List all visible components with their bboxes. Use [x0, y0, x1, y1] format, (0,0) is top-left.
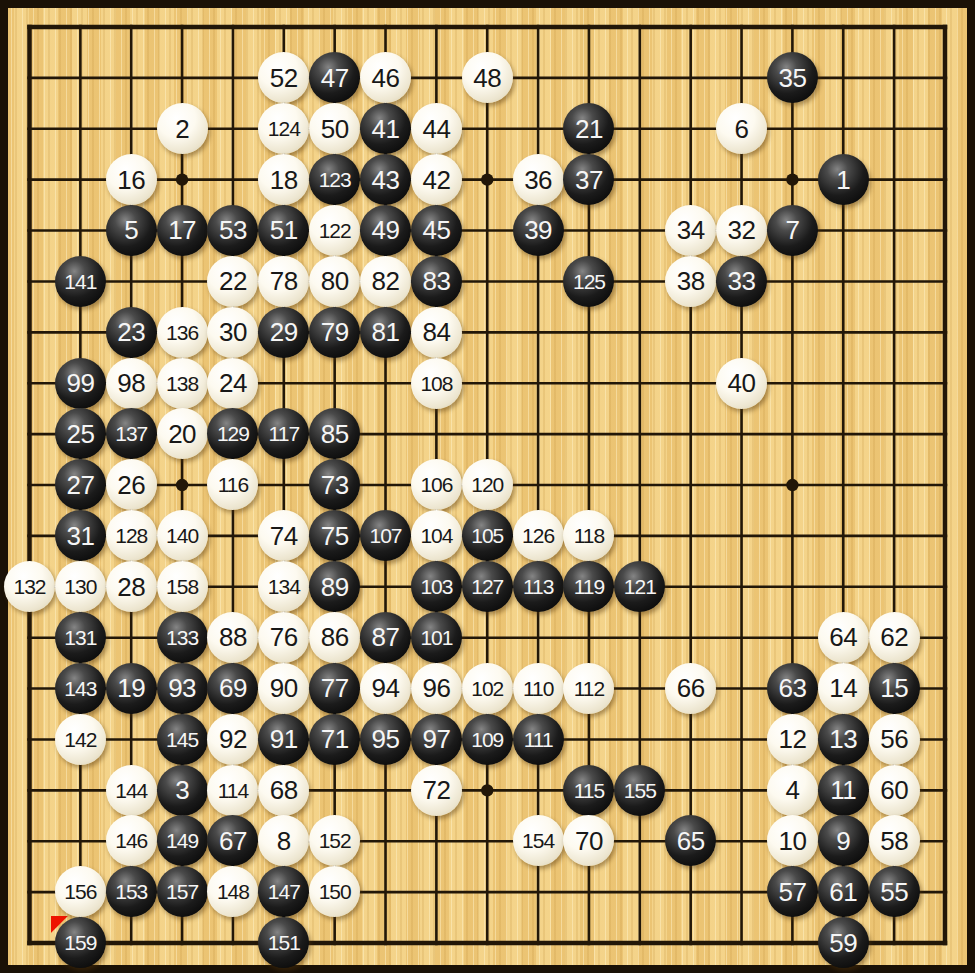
stone-black-149[interactable]: 149: [157, 815, 208, 866]
stone-black-87[interactable]: 87: [360, 612, 411, 663]
stone-white-158[interactable]: 158: [157, 561, 208, 612]
move-number: 44: [422, 116, 450, 142]
stone-white-110[interactable]: 110: [513, 663, 564, 714]
move-number: 103: [420, 576, 452, 597]
stone-black-49[interactable]: 49: [360, 205, 411, 256]
stone-white-144[interactable]: 144: [106, 765, 157, 816]
move-number: 127: [471, 576, 503, 597]
stone-white-22[interactable]: 22: [207, 256, 258, 307]
stone-white-40[interactable]: 40: [716, 358, 767, 409]
move-number: 94: [372, 675, 400, 701]
stone-white-58[interactable]: 58: [869, 815, 920, 866]
move-number: 130: [64, 576, 96, 597]
stone-black-31[interactable]: 31: [55, 510, 106, 561]
stone-white-118[interactable]: 118: [563, 510, 614, 561]
stone-black-107[interactable]: 107: [360, 510, 411, 561]
stone-white-44[interactable]: 44: [411, 103, 462, 154]
stone-black-133[interactable]: 133: [157, 612, 208, 663]
stone-white-72[interactable]: 72: [411, 765, 462, 816]
stone-white-64[interactable]: 64: [818, 612, 869, 663]
stone-white-132[interactable]: 132: [4, 561, 55, 612]
stone-white-30[interactable]: 30: [207, 307, 258, 358]
move-number: 119: [574, 576, 604, 597]
move-number: 60: [880, 777, 908, 803]
stone-white-108[interactable]: 108: [411, 358, 462, 409]
stone-white-140[interactable]: 140: [157, 510, 208, 561]
move-number: 58: [880, 828, 908, 854]
move-number: 18: [270, 167, 298, 193]
stone-black-57[interactable]: 57: [767, 866, 818, 917]
move-number: 23: [117, 319, 145, 345]
stone-white-116[interactable]: 116: [207, 459, 258, 510]
stone-white-130[interactable]: 130: [55, 561, 106, 612]
move-number: 158: [166, 576, 198, 597]
stone-white-16[interactable]: 16: [106, 154, 157, 205]
stone-black-121[interactable]: 121: [614, 561, 665, 612]
stone-black-111[interactable]: 111: [513, 714, 564, 765]
stone-white-114[interactable]: 114: [207, 765, 258, 816]
stone-white-82[interactable]: 82: [360, 256, 411, 307]
stone-black-147[interactable]: 147: [258, 866, 309, 917]
move-number: 156: [64, 881, 96, 902]
move-number: 120: [471, 474, 503, 495]
move-number: 155: [624, 780, 656, 801]
stone-white-70[interactable]: 70: [563, 815, 614, 866]
stone-black-153[interactable]: 153: [106, 866, 157, 917]
move-number: 157: [166, 881, 198, 902]
stone-white-50[interactable]: 50: [309, 103, 360, 154]
stone-black-145[interactable]: 145: [157, 714, 208, 765]
stone-white-104[interactable]: 104: [411, 510, 462, 561]
move-number: 124: [268, 118, 300, 139]
move-number: 96: [422, 675, 450, 701]
move-number: 92: [219, 726, 247, 752]
stone-white-2[interactable]: 2: [157, 103, 208, 154]
move-number: 153: [115, 881, 147, 902]
move-number: 32: [728, 217, 756, 243]
move-number: 154: [522, 830, 554, 851]
stone-black-39[interactable]: 39: [513, 205, 564, 256]
stone-black-67[interactable]: 67: [207, 815, 258, 866]
move-number: 85: [321, 421, 349, 447]
move-number: 89: [321, 574, 349, 600]
move-number: 159: [64, 932, 96, 953]
stone-black-93[interactable]: 93: [157, 663, 208, 714]
move-number: 70: [575, 828, 603, 854]
move-number: 151: [268, 932, 300, 953]
stone-white-138[interactable]: 138: [157, 358, 208, 409]
stone-black-13[interactable]: 13: [818, 714, 869, 765]
move-number: 79: [321, 319, 349, 345]
move-number: 152: [319, 830, 351, 851]
stone-white-6[interactable]: 6: [716, 103, 767, 154]
move-number: 63: [778, 675, 806, 701]
stone-black-143[interactable]: 143: [55, 663, 106, 714]
move-number: 15: [880, 675, 908, 701]
move-number: 104: [420, 525, 452, 546]
move-number: 65: [677, 828, 705, 854]
stone-black-43[interactable]: 43: [360, 154, 411, 205]
move-number: 93: [168, 675, 196, 701]
move-number: 50: [321, 116, 349, 142]
move-number: 33: [728, 268, 756, 294]
move-number: 80: [321, 268, 349, 294]
stone-white-106[interactable]: 106: [411, 459, 462, 510]
stone-white-90[interactable]: 90: [258, 663, 309, 714]
stone-black-53[interactable]: 53: [207, 205, 258, 256]
stone-white-46[interactable]: 46: [360, 52, 411, 103]
move-number: 101: [420, 627, 452, 648]
move-number: 7: [785, 217, 799, 243]
move-number: 16: [117, 167, 145, 193]
move-number: 22: [219, 268, 247, 294]
stone-black-59[interactable]: 59: [818, 917, 869, 968]
stone-black-101[interactable]: 101: [411, 612, 462, 663]
move-number: 52: [270, 65, 298, 91]
stone-white-154[interactable]: 154: [513, 815, 564, 866]
stone-white-36[interactable]: 36: [513, 154, 564, 205]
stone-black-15[interactable]: 15: [869, 663, 920, 714]
move-number: 55: [880, 879, 908, 905]
move-number: 2: [175, 116, 189, 142]
stone-black-75[interactable]: 75: [309, 510, 360, 561]
stone-black-125[interactable]: 125: [563, 256, 614, 307]
stone-white-96[interactable]: 96: [411, 663, 462, 714]
move-number: 111: [524, 729, 553, 750]
move-number: 109: [471, 729, 503, 750]
stone-white-68[interactable]: 68: [258, 765, 309, 816]
stone-black-37[interactable]: 37: [563, 154, 614, 205]
move-number: 107: [370, 525, 402, 546]
stone-white-14[interactable]: 14: [818, 663, 869, 714]
move-number: 117: [269, 423, 299, 444]
stone-white-94[interactable]: 94: [360, 663, 411, 714]
move-number: 150: [319, 881, 351, 902]
move-number: 35: [778, 65, 806, 91]
move-number: 99: [66, 370, 94, 396]
stone-black-129[interactable]: 129: [207, 408, 258, 459]
move-number: 64: [829, 624, 857, 650]
stone-black-25[interactable]: 25: [55, 408, 106, 459]
stone-black-97[interactable]: 97: [411, 714, 462, 765]
stone-white-156[interactable]: 156: [55, 866, 106, 917]
stone-black-9[interactable]: 9: [818, 815, 869, 866]
move-number: 3: [175, 777, 189, 803]
stone-black-61[interactable]: 61: [818, 866, 869, 917]
stone-black-85[interactable]: 85: [309, 408, 360, 459]
move-number: 83: [422, 268, 450, 294]
stone-white-126[interactable]: 126: [513, 510, 564, 561]
stone-white-32[interactable]: 32: [716, 205, 767, 256]
stone-white-20[interactable]: 20: [157, 408, 208, 459]
move-number: 108: [420, 373, 452, 394]
stone-black-23[interactable]: 23: [106, 307, 157, 358]
move-number: 49: [372, 217, 400, 243]
stone-black-83[interactable]: 83: [411, 256, 462, 307]
move-number: 20: [168, 421, 196, 447]
move-number: 10: [778, 828, 806, 854]
stone-black-29[interactable]: 29: [258, 307, 309, 358]
move-number: 126: [522, 525, 554, 546]
move-number: 142: [64, 729, 96, 750]
stone-black-27[interactable]: 27: [55, 459, 106, 510]
move-number: 24: [219, 370, 247, 396]
move-number: 145: [166, 729, 198, 750]
stone-white-88[interactable]: 88: [207, 612, 258, 663]
stone-black-47[interactable]: 47: [309, 52, 360, 103]
move-number: 37: [575, 167, 603, 193]
move-number: 84: [422, 319, 450, 345]
stone-black-17[interactable]: 17: [157, 205, 208, 256]
move-number: 67: [219, 828, 247, 854]
go-board[interactable]: 5247464835212450414421616181234342363715…: [0, 0, 975, 973]
move-number: 27: [66, 472, 94, 498]
stone-white-60[interactable]: 60: [869, 765, 920, 816]
stone-white-136[interactable]: 136: [157, 307, 208, 358]
move-number: 77: [321, 675, 349, 701]
move-number: 86: [321, 624, 349, 650]
move-number: 25: [66, 421, 94, 447]
stone-black-137[interactable]: 137: [106, 408, 157, 459]
stone-white-18[interactable]: 18: [258, 154, 309, 205]
stone-white-42[interactable]: 42: [411, 154, 462, 205]
move-number: 36: [524, 167, 552, 193]
move-number: 73: [321, 472, 349, 498]
stone-black-99[interactable]: 99: [55, 358, 106, 409]
stone-black-19[interactable]: 19: [106, 663, 157, 714]
stone-white-148[interactable]: 148: [207, 866, 258, 917]
move-number: 121: [624, 576, 656, 597]
move-number: 11: [830, 777, 856, 803]
move-number: 131: [64, 627, 96, 648]
move-number: 132: [14, 576, 46, 597]
move-number: 128: [115, 525, 147, 546]
move-number: 113: [523, 576, 553, 597]
move-number: 61: [829, 879, 857, 905]
move-number: 12: [778, 726, 806, 752]
move-number: 90: [270, 675, 298, 701]
move-number: 137: [115, 423, 147, 444]
stone-black-3[interactable]: 3: [157, 765, 208, 816]
stone-white-152[interactable]: 152: [309, 815, 360, 866]
stone-white-84[interactable]: 84: [411, 307, 462, 358]
stone-black-91[interactable]: 91: [258, 714, 309, 765]
stone-black-11[interactable]: 11: [818, 765, 869, 816]
move-number: 4: [785, 777, 799, 803]
move-number: 45: [422, 217, 450, 243]
move-number: 42: [422, 167, 450, 193]
move-number: 140: [166, 525, 198, 546]
move-number: 21: [575, 116, 603, 142]
stone-white-102[interactable]: 102: [462, 663, 513, 714]
stone-white-8[interactable]: 8: [258, 815, 309, 866]
move-number: 144: [115, 780, 147, 801]
stone-black-117[interactable]: 117: [258, 408, 309, 459]
move-number: 28: [117, 574, 145, 600]
move-number: 74: [270, 523, 298, 549]
stone-black-41[interactable]: 41: [360, 103, 411, 154]
stone-black-55[interactable]: 55: [869, 866, 920, 917]
move-number: 143: [64, 678, 96, 699]
move-number: 71: [321, 726, 349, 752]
move-number: 75: [321, 523, 349, 549]
move-number: 40: [728, 370, 756, 396]
move-number: 98: [117, 370, 145, 396]
move-number: 39: [524, 217, 552, 243]
stone-white-134[interactable]: 134: [258, 561, 309, 612]
stone-black-81[interactable]: 81: [360, 307, 411, 358]
move-number: 30: [219, 319, 247, 345]
move-number: 69: [219, 675, 247, 701]
stone-black-65[interactable]: 65: [665, 815, 716, 866]
move-number: 146: [115, 830, 147, 851]
stone-white-56[interactable]: 56: [869, 714, 920, 765]
move-number: 8: [277, 828, 291, 854]
stone-black-123[interactable]: 123: [309, 154, 360, 205]
move-number: 72: [422, 777, 450, 803]
stone-white-66[interactable]: 66: [665, 663, 716, 714]
stone-white-150[interactable]: 150: [309, 866, 360, 917]
stone-black-7[interactable]: 7: [767, 205, 818, 256]
move-number: 91: [270, 726, 298, 752]
stone-black-73[interactable]: 73: [309, 459, 360, 510]
move-number: 81: [372, 319, 400, 345]
stone-black-33[interactable]: 33: [716, 256, 767, 307]
stone-black-103[interactable]: 103: [411, 561, 462, 612]
stone-white-48[interactable]: 48: [462, 52, 513, 103]
stone-white-10[interactable]: 10: [767, 815, 818, 866]
move-number: 82: [372, 268, 400, 294]
move-number: 5: [124, 217, 138, 243]
stone-white-146[interactable]: 146: [106, 815, 157, 866]
move-number: 47: [321, 65, 349, 91]
stone-black-35[interactable]: 35: [767, 52, 818, 103]
stone-black-71[interactable]: 71: [309, 714, 360, 765]
stone-white-128[interactable]: 128: [106, 510, 157, 561]
stone-black-115[interactable]: 115: [563, 765, 614, 816]
stone-white-124[interactable]: 124: [258, 103, 309, 154]
stone-white-52[interactable]: 52: [258, 52, 309, 103]
stone-white-74[interactable]: 74: [258, 510, 309, 561]
stone-black-95[interactable]: 95: [360, 714, 411, 765]
move-number: 105: [471, 525, 503, 546]
move-number: 13: [829, 726, 857, 752]
stone-white-62[interactable]: 62: [869, 612, 920, 663]
move-number: 149: [166, 830, 198, 851]
stone-white-26[interactable]: 26: [106, 459, 157, 510]
stone-white-142[interactable]: 142: [55, 714, 106, 765]
stone-black-131[interactable]: 131: [55, 612, 106, 663]
move-number: 110: [523, 678, 553, 699]
stone-black-51[interactable]: 51: [258, 205, 309, 256]
move-number: 141: [64, 271, 96, 292]
move-number: 136: [166, 322, 198, 343]
stone-white-28[interactable]: 28: [106, 561, 157, 612]
stone-white-120[interactable]: 120: [462, 459, 513, 510]
stone-black-127[interactable]: 127: [462, 561, 513, 612]
stone-black-45[interactable]: 45: [411, 205, 462, 256]
stone-black-69[interactable]: 69: [207, 663, 258, 714]
move-number: 116: [218, 474, 248, 495]
move-number: 9: [836, 828, 850, 854]
move-number: 62: [880, 624, 908, 650]
stone-black-77[interactable]: 77: [309, 663, 360, 714]
move-number: 29: [270, 319, 298, 345]
stone-white-78[interactable]: 78: [258, 256, 309, 307]
stone-white-98[interactable]: 98: [106, 358, 157, 409]
stone-layer: 5247464835212450414421616181234342363715…: [4, 2, 970, 969]
stone-black-159[interactable]: 159: [55, 917, 106, 968]
stone-black-119[interactable]: 119: [563, 561, 614, 612]
move-number: 53: [219, 217, 247, 243]
stone-white-24[interactable]: 24: [207, 358, 258, 409]
stone-white-38[interactable]: 38: [665, 256, 716, 307]
move-number: 26: [117, 472, 145, 498]
stone-black-89[interactable]: 89: [309, 561, 360, 612]
move-number: 125: [573, 271, 605, 292]
move-number: 87: [372, 624, 400, 650]
stone-white-34[interactable]: 34: [665, 205, 716, 256]
stone-black-155[interactable]: 155: [614, 765, 665, 816]
move-number: 41: [372, 116, 400, 142]
move-number: 66: [677, 675, 705, 701]
move-number: 123: [319, 169, 351, 190]
stone-black-109[interactable]: 109: [462, 714, 513, 765]
stone-black-5[interactable]: 5: [106, 205, 157, 256]
move-number: 133: [166, 627, 198, 648]
move-number: 19: [117, 675, 145, 701]
move-number: 46: [372, 65, 400, 91]
stone-white-80[interactable]: 80: [309, 256, 360, 307]
stone-white-76[interactable]: 76: [258, 612, 309, 663]
move-number: 68: [270, 777, 298, 803]
move-number: 115: [574, 780, 604, 801]
stone-white-122[interactable]: 122: [309, 205, 360, 256]
move-number: 31: [66, 523, 94, 549]
move-number: 76: [270, 624, 298, 650]
move-number: 59: [829, 930, 857, 956]
move-number: 134: [268, 576, 300, 597]
move-number: 88: [219, 624, 247, 650]
stone-black-105[interactable]: 105: [462, 510, 513, 561]
move-number: 95: [372, 726, 400, 752]
stone-white-4[interactable]: 4: [767, 765, 818, 816]
stone-white-92[interactable]: 92: [207, 714, 258, 765]
stone-black-113[interactable]: 113: [513, 561, 564, 612]
stone-white-12[interactable]: 12: [767, 714, 818, 765]
stone-white-86[interactable]: 86: [309, 612, 360, 663]
stone-black-21[interactable]: 21: [563, 103, 614, 154]
move-number: 48: [473, 65, 501, 91]
move-number: 97: [422, 726, 450, 752]
stone-black-151[interactable]: 151: [258, 917, 309, 968]
move-number: 114: [218, 780, 248, 801]
move-number: 102: [471, 678, 503, 699]
stone-black-141[interactable]: 141: [55, 256, 106, 307]
move-number: 34: [677, 217, 705, 243]
move-number: 106: [420, 474, 452, 495]
move-number: 43: [372, 167, 400, 193]
stone-white-112[interactable]: 112: [563, 663, 614, 714]
stone-black-63[interactable]: 63: [767, 663, 818, 714]
move-number: 78: [270, 268, 298, 294]
move-number: 112: [574, 678, 604, 699]
stone-black-79[interactable]: 79: [309, 307, 360, 358]
move-number: 17: [168, 217, 196, 243]
stone-black-157[interactable]: 157: [157, 866, 208, 917]
move-number: 57: [778, 879, 806, 905]
stone-black-1[interactable]: 1: [818, 154, 869, 205]
